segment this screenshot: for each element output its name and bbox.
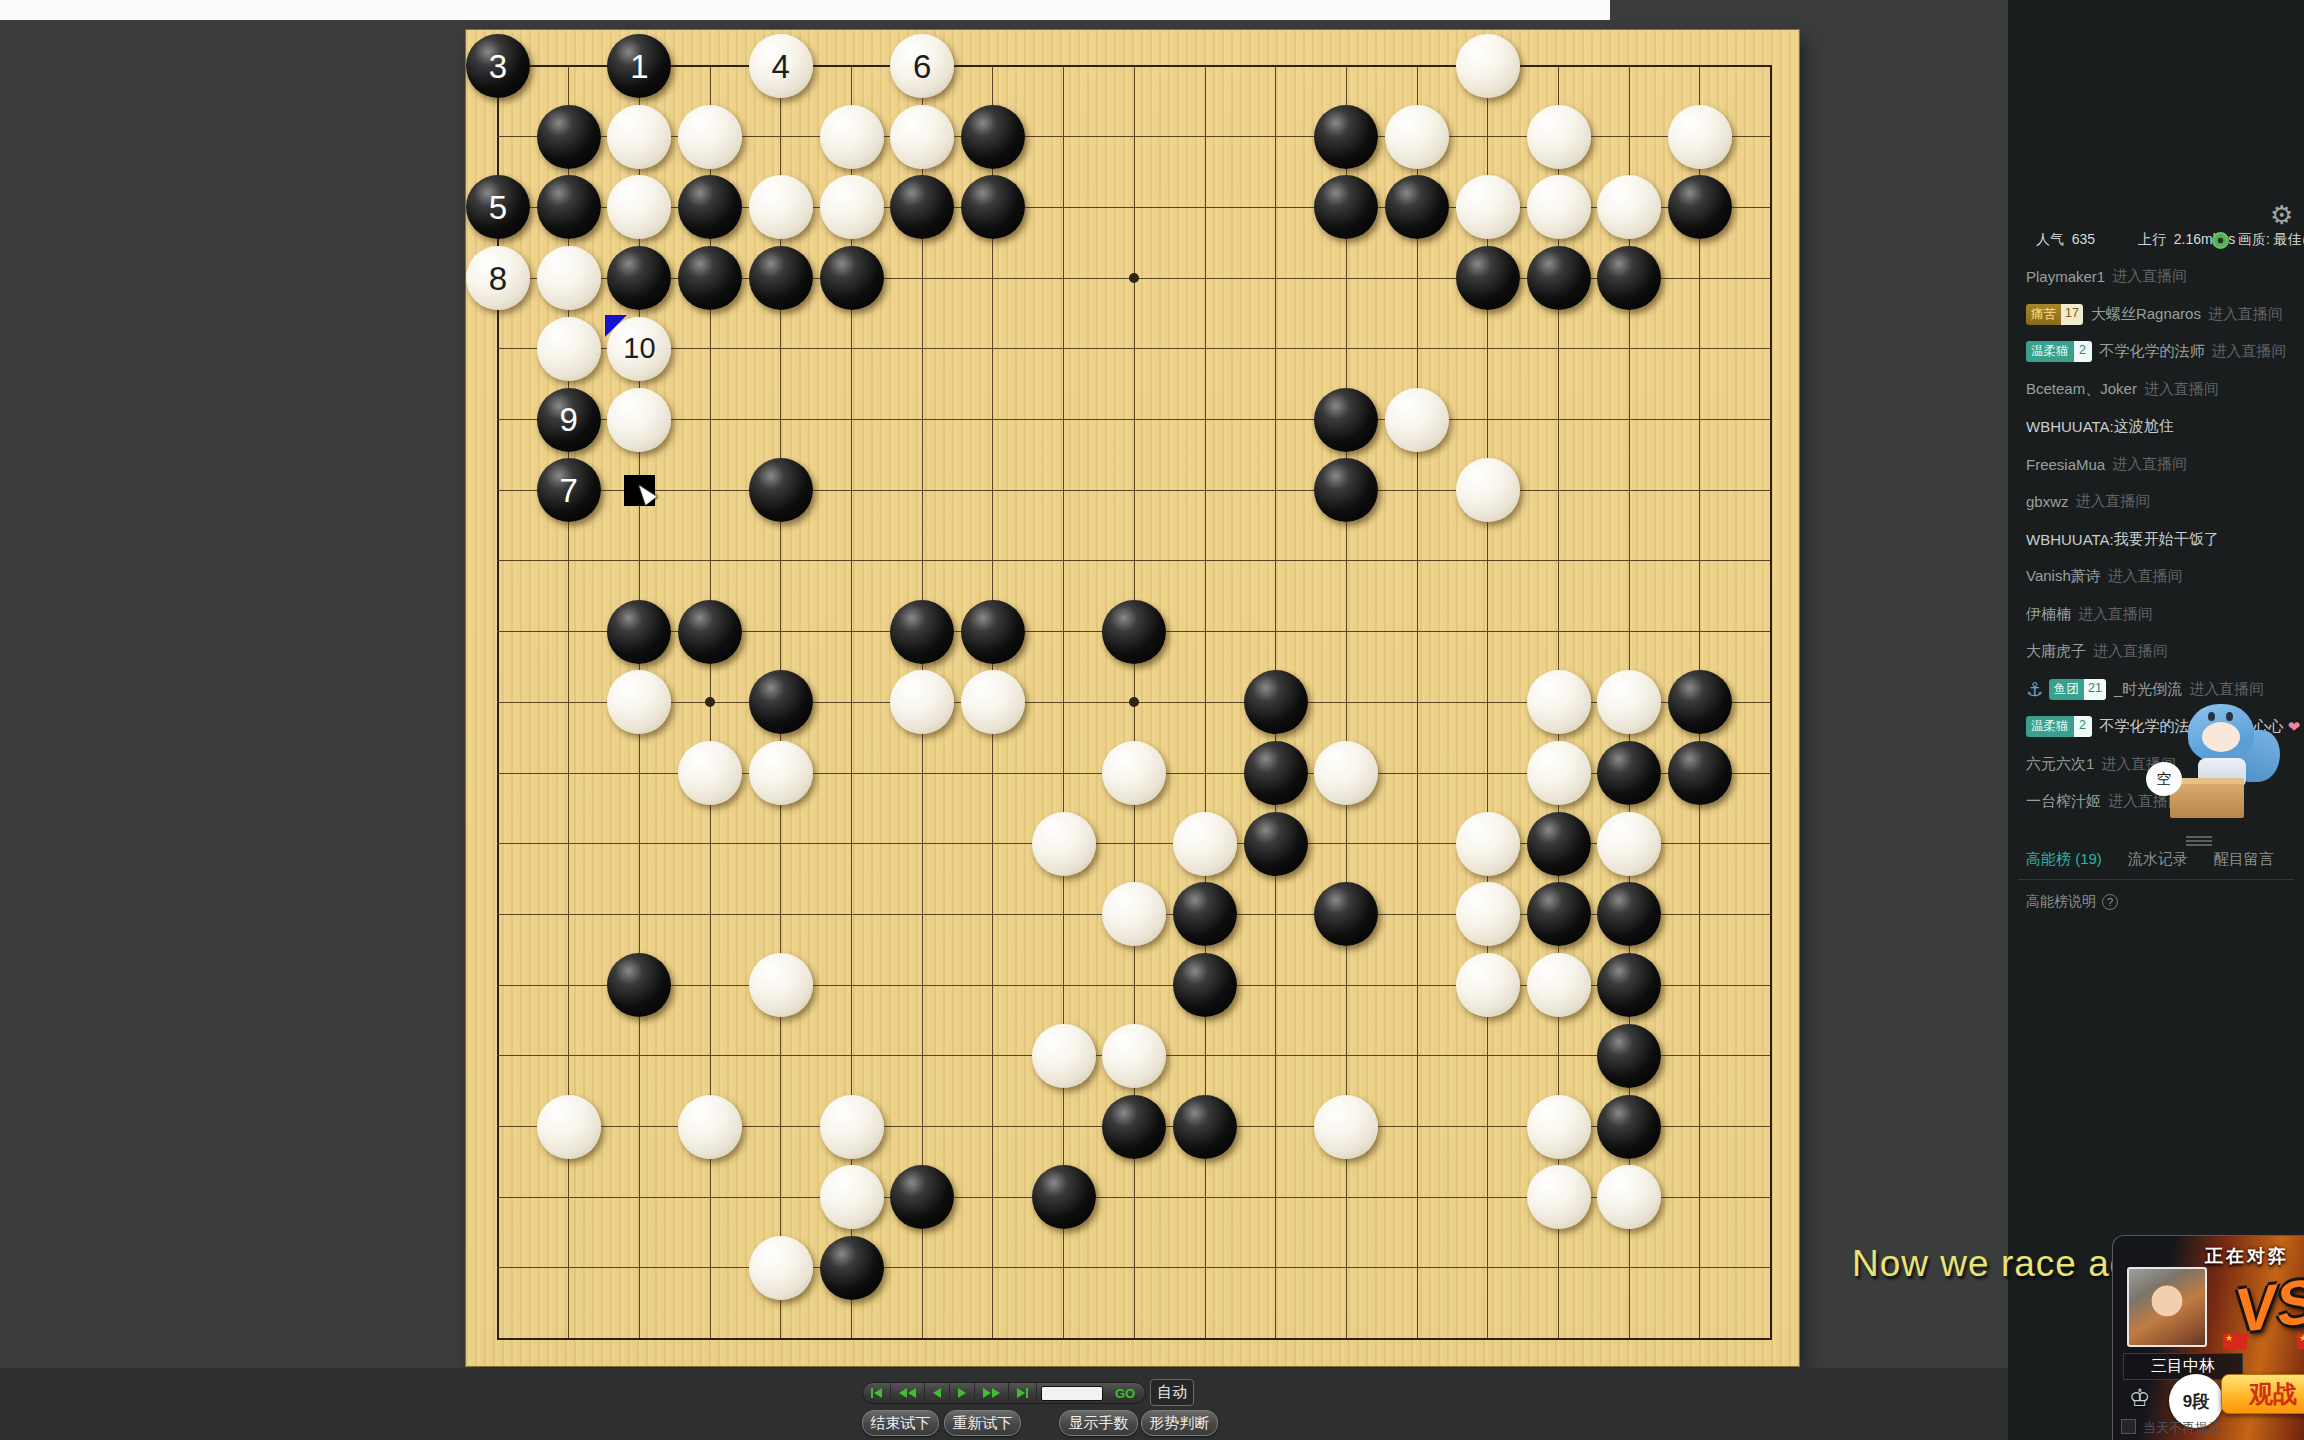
rewind-move-button[interactable] (891, 1383, 925, 1403)
prev-move-button[interactable] (925, 1383, 950, 1403)
quality-stat: 画质: 最佳 (2238, 231, 2302, 249)
black-stone (678, 600, 742, 664)
danmaku-overlay-text: Now we race ag (1852, 1243, 2131, 1285)
black-stone (537, 175, 601, 239)
trial-button-结束试下[interactable]: 结束试下 (862, 1410, 939, 1436)
flag-icon: ★ (2297, 1333, 2304, 1349)
white-stone (1597, 670, 1661, 734)
fan-badge: 温柔猫2 (2026, 716, 2092, 737)
chat-username: Playmaker1 (2026, 268, 2105, 285)
white-stone (1597, 1165, 1661, 1229)
black-stone (1314, 388, 1378, 452)
white-stone (1527, 741, 1591, 805)
last-move-triangle-marker (605, 315, 627, 337)
black-stone (1102, 1095, 1166, 1159)
black-stone (1668, 741, 1732, 805)
white-stone (678, 741, 742, 805)
white-stone (678, 105, 742, 169)
white-stone (1527, 953, 1591, 1017)
white-stone (1668, 105, 1732, 169)
chat-action-text: 进入直播间 (2108, 567, 2183, 586)
white-stone (1456, 175, 1520, 239)
black-stone (1102, 600, 1166, 664)
chat-message: Bceteam、Joker进入直播间 (2026, 371, 2304, 409)
move-number: 10 (623, 334, 655, 363)
white-stone (961, 670, 1025, 734)
black-stone (1244, 670, 1308, 734)
crown-icon: ♔ (2129, 1384, 2151, 1412)
chat-username: Vanish萧诗 (2026, 567, 2101, 586)
first-move-button[interactable] (863, 1383, 891, 1403)
black-stone: 9 (537, 388, 601, 452)
star-point (705, 697, 715, 707)
black-stone (749, 458, 813, 522)
white-stone (1385, 388, 1449, 452)
chat-message: 大庸虎子进入直播间 (2026, 633, 2304, 671)
white-stone (1102, 882, 1166, 946)
black-stone (1385, 175, 1449, 239)
black-stone (1173, 953, 1237, 1017)
black-stone (961, 175, 1025, 239)
white-stone: 8 (466, 246, 530, 310)
dont-remind-checkbox[interactable] (2121, 1419, 2136, 1434)
move-number: 1 (630, 50, 648, 83)
black-stone (537, 105, 601, 169)
chat-action-text: 进入直播间 (2112, 455, 2187, 474)
black-stone (749, 670, 813, 734)
mascot-illustration: 空 (2136, 700, 2304, 830)
chat-message: WBHUUATA: 这波尬住 (2026, 408, 2304, 446)
black-stone (607, 600, 671, 664)
mascot-speech-bubble: 空 (2146, 762, 2182, 796)
panel-tabs: 高能榜 (19)流水记录醒目留言 (2026, 850, 2296, 875)
quality-indicator-icon (2212, 232, 2229, 249)
divider (2018, 879, 2294, 880)
star-point (1129, 273, 1139, 283)
black-stone (1173, 1095, 1237, 1159)
chat-message: 痛苦17大螺丝Ragnaros进入直播间 (2026, 296, 2304, 334)
grid-line (1417, 66, 1418, 1339)
chat-username: 不学化学的法师 (2100, 342, 2205, 361)
chat-action-text: 进入直播间 (2078, 605, 2153, 624)
white-stone (820, 1165, 884, 1229)
anchor-icon: ⚓ (2026, 678, 2043, 701)
chat-username: FreesiaMua (2026, 456, 2105, 473)
white-stone (537, 1095, 601, 1159)
black-stone (820, 246, 884, 310)
chat-message: Vanish萧诗进入直播间 (2026, 558, 2304, 596)
white-stone (607, 175, 671, 239)
black-stone (1668, 175, 1732, 239)
white-stone (1456, 953, 1520, 1017)
chat-text: 这波尬住 (2114, 417, 2174, 436)
white-stone (1102, 1024, 1166, 1088)
chat-action-text: 进入直播间 (2189, 680, 2264, 699)
move-number: 5 (489, 191, 507, 224)
tab-醒目留言[interactable]: 醒目留言 (2214, 850, 2274, 875)
black-stone (607, 953, 671, 1017)
black-stone (1597, 953, 1661, 1017)
white-stone (820, 1095, 884, 1159)
black-stone (1244, 741, 1308, 805)
black-stone (1314, 882, 1378, 946)
popularity-stat: 人气 635 (2036, 231, 2095, 249)
move-number: 4 (772, 50, 790, 83)
chat-message: WBHUUATA: 我要开始干饭了 (2026, 521, 2304, 559)
black-stone (890, 1165, 954, 1229)
black-stone (961, 600, 1025, 664)
trial-button-形势判断[interactable]: 形势判断 (1141, 1410, 1218, 1436)
chat-action-text: 进入直播间 (2144, 380, 2219, 399)
ranking-note[interactable]: 高能榜说明 ? (2026, 893, 2118, 911)
panel-drag-handle[interactable] (2186, 834, 2212, 848)
chat-username: gbxwz (2026, 493, 2069, 510)
black-stone (1527, 246, 1591, 310)
white-stone (537, 246, 601, 310)
white-stone (1456, 882, 1520, 946)
move-number: 7 (560, 474, 578, 507)
white-stone (1032, 812, 1096, 876)
chat-username: WBHUUATA: (2026, 531, 2114, 548)
white-stone (890, 105, 954, 169)
window-top-strip (0, 0, 1610, 20)
chat-message: FreesiaMua进入直播间 (2026, 446, 2304, 484)
trial-button-重新试下[interactable]: 重新试下 (944, 1410, 1021, 1436)
gear-icon[interactable]: ⚙ (2270, 200, 2293, 231)
white-stone (820, 175, 884, 239)
black-stone (749, 246, 813, 310)
forward-move-button[interactable] (975, 1383, 1009, 1403)
white-stone (537, 317, 601, 381)
white-stone: 4 (749, 34, 813, 98)
white-stone (1527, 105, 1591, 169)
move-number: 6 (913, 50, 931, 83)
white-stone (1385, 105, 1449, 169)
flag-icon: ★ (2223, 1333, 2247, 1349)
black-stone (607, 246, 671, 310)
white-stone (1597, 812, 1661, 876)
white-stone (749, 175, 813, 239)
tab-流水记录[interactable]: 流水记录 (2128, 850, 2188, 875)
white-stone (607, 388, 671, 452)
white-stone (678, 1095, 742, 1159)
chat-action-text: 进入直播间 (2212, 342, 2287, 361)
match-status-title: 正在对弈 (2205, 1244, 2289, 1268)
black-stone (890, 175, 954, 239)
white-stone (749, 741, 813, 805)
black-stone (678, 246, 742, 310)
chat-username: _时光倒流 (2114, 680, 2182, 699)
chat-username: 一台榨汁姬 (2026, 792, 2101, 811)
ranking-note-label: 高能榜说明 (2026, 893, 2096, 911)
white-stone (1597, 175, 1661, 239)
white-stone (1314, 1095, 1378, 1159)
white-stone (820, 105, 884, 169)
chat-action-text: 进入直播间 (2112, 267, 2187, 286)
help-icon[interactable]: ? (2102, 894, 2118, 910)
black-stone (1314, 175, 1378, 239)
fan-badge: 痛苦17 (2026, 304, 2083, 325)
stone-placement-cursor (624, 475, 655, 506)
black-stone (1668, 670, 1732, 734)
move-number: 3 (489, 50, 507, 83)
white-stone (1527, 175, 1591, 239)
black-stone (1314, 458, 1378, 522)
black-stone: 7 (537, 458, 601, 522)
watch-button[interactable]: 观战 (2221, 1374, 2304, 1414)
black-stone (1032, 1165, 1096, 1229)
black-stone (1597, 1024, 1661, 1088)
black-stone (1597, 741, 1661, 805)
white-stone (607, 670, 671, 734)
playback-bar: GO (862, 1382, 1146, 1404)
black-stone (1597, 246, 1661, 310)
move-number: 9 (560, 403, 578, 436)
black-stone (820, 1236, 884, 1300)
chat-username: 六元六次1 (2026, 755, 2094, 774)
chat-action-text: 进入直播间 (2076, 492, 2151, 511)
trial-button-显示手数[interactable]: 显示手数 (1059, 1410, 1138, 1436)
mascot-face (2202, 722, 2240, 752)
black-stone (1456, 246, 1520, 310)
chat-message: 温柔猫2不学化学的法师进入直播间 (2026, 333, 2304, 371)
white-stone (1527, 1165, 1591, 1229)
black-stone: 1 (607, 34, 671, 98)
grid-line (1770, 66, 1772, 1339)
chat-message: gbxwz进入直播间 (2026, 483, 2304, 521)
chat-text: 我要开始干饭了 (2114, 530, 2219, 549)
black-stone (890, 600, 954, 664)
white-stone (1173, 812, 1237, 876)
auto-button[interactable]: 自动 (1150, 1379, 1194, 1406)
go-board[interactable]: 3146581097 (466, 30, 1799, 1366)
black-stone (1597, 1095, 1661, 1159)
chat-username: 大螺丝Ragnaros (2091, 305, 2201, 324)
white-stone (607, 105, 671, 169)
white-stone (1527, 1095, 1591, 1159)
white-stone (749, 953, 813, 1017)
chat-username: 伊楠楠 (2026, 605, 2071, 624)
black-stone (678, 175, 742, 239)
grid-line (497, 1267, 1772, 1268)
white-stone (1456, 458, 1520, 522)
mouse-cursor-icon (634, 481, 657, 505)
stream-status-row: 人气 635 上行 2.16mbps 画质: 最佳 (2026, 231, 2304, 253)
chat-message: 伊楠楠进入直播间 (2026, 596, 2304, 634)
app-window: 3146581097 GO 自动 Now we race ag ⚙ 人气 635… (0, 0, 2304, 1440)
black-stone (1597, 882, 1661, 946)
chat-action-text: 进入直播间 (2208, 305, 2283, 324)
white-stone (1102, 741, 1166, 805)
black-stone: 5 (466, 175, 530, 239)
white-stone (1456, 812, 1520, 876)
star-point (1129, 697, 1139, 707)
black-stone: 3 (466, 34, 530, 98)
black-stone (961, 105, 1025, 169)
player-avatar (2127, 1267, 2207, 1347)
move-number: 8 (489, 262, 507, 295)
move-number-input[interactable] (1041, 1386, 1103, 1401)
white-stone (1314, 741, 1378, 805)
chat-action-text: 进入直播间 (2093, 642, 2168, 661)
black-stone (1527, 882, 1591, 946)
white-stone: 6 (890, 34, 954, 98)
last-move-button[interactable] (1009, 1383, 1037, 1403)
black-stone (1314, 105, 1378, 169)
black-stone (1173, 882, 1237, 946)
black-stone (1244, 812, 1308, 876)
chat-message: Playmaker1进入直播间 (2026, 258, 2304, 296)
chat-username: 大庸虎子 (2026, 642, 2086, 661)
black-stone (1527, 812, 1591, 876)
match-popup: 正在对弈 三目中林 ♔ 9段 VS ★ ★ 观战 当天不再提示 (2112, 1235, 2304, 1440)
chat-username: Bceteam、Joker (2026, 380, 2137, 399)
white-stone (1456, 34, 1520, 98)
tab-高能榜 (19)[interactable]: 高能榜 (19) (2026, 850, 2102, 875)
white-stone (749, 1236, 813, 1300)
white-stone (890, 670, 954, 734)
fan-badge: 鱼团21 (2049, 679, 2106, 700)
go-button[interactable]: GO (1107, 1386, 1143, 1401)
grid-line (497, 1338, 1772, 1340)
live-chat-panel: ⚙ 人气 635 上行 2.16mbps 画质: 最佳 Playmaker1进入… (2008, 0, 2304, 1440)
white-stone (1032, 1024, 1096, 1088)
next-move-button[interactable] (950, 1383, 975, 1403)
dont-remind-label: 当天不再提示 (2143, 1419, 2221, 1437)
chat-username: WBHUUATA: (2026, 418, 2114, 435)
white-stone (1527, 670, 1591, 734)
fan-badge: 温柔猫2 (2026, 341, 2092, 362)
